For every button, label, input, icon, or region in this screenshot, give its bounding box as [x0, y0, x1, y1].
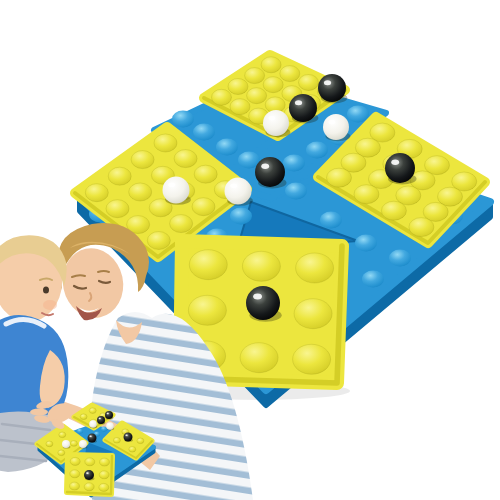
blue-bubble	[283, 155, 305, 172]
yellow-bubble	[247, 88, 267, 104]
yellow-bubble	[70, 470, 80, 478]
yellow-bubble	[263, 77, 283, 93]
blue-bubble	[306, 142, 328, 159]
blue-bubble	[101, 427, 107, 432]
adult-finger	[30, 409, 48, 416]
yellow-bubble	[296, 253, 334, 283]
yellow-bubble	[131, 151, 154, 169]
yellow-bubble	[113, 438, 120, 444]
yellow-bubble	[137, 438, 144, 444]
marble-body	[84, 470, 94, 480]
marble-highlight	[253, 293, 262, 299]
yellow-bubble	[280, 66, 300, 82]
marble-body	[79, 440, 87, 448]
yellow-bubble	[294, 299, 332, 329]
blue-bubble	[362, 271, 384, 288]
yellow-bubble	[188, 295, 226, 325]
yellow-bubble	[70, 457, 80, 465]
marble-highlight	[99, 418, 101, 419]
marble-highlight	[261, 164, 269, 169]
yellow-bubble	[261, 57, 281, 73]
marble-highlight	[391, 160, 399, 165]
yellow-bubble	[99, 471, 109, 479]
yellow-bubble	[70, 482, 80, 490]
yellow-bubble	[85, 458, 95, 466]
marble-highlight	[328, 120, 335, 125]
marble-body	[62, 440, 70, 448]
marble-body	[318, 74, 346, 102]
marble-highlight	[91, 422, 93, 423]
black-marble	[318, 74, 347, 103]
blue-bubble	[347, 106, 369, 123]
yellow-bubble	[147, 232, 170, 250]
marble-body	[105, 411, 113, 419]
yellow-bubble	[70, 441, 77, 447]
yellow-bubble	[381, 201, 406, 220]
product-photo	[0, 0, 500, 500]
yellow-bubble	[212, 89, 232, 105]
yellow-bubble	[174, 150, 197, 168]
yellow-bubble	[89, 408, 96, 414]
yellow-bubble	[108, 167, 131, 185]
marble-highlight	[295, 100, 302, 105]
yellow-bubble	[106, 200, 129, 218]
marble-body	[385, 153, 415, 183]
yellow-bubble	[99, 483, 109, 491]
yellow-bubble	[129, 183, 152, 201]
yellow-bubble	[46, 441, 53, 447]
blue-bubble	[193, 124, 215, 141]
marble-highlight	[86, 472, 89, 474]
marble-body	[89, 420, 97, 428]
yellow-bubble	[293, 344, 331, 374]
child-eye	[43, 287, 49, 294]
yellow-bubble	[129, 447, 136, 453]
yellow-bubble	[154, 134, 177, 152]
yellow-bubble	[192, 198, 215, 216]
yellow-bubble	[354, 185, 379, 204]
marble-highlight	[230, 183, 237, 188]
child-cheek	[43, 300, 57, 310]
yellow-bubble	[245, 68, 265, 84]
yellow-bubble	[228, 79, 248, 95]
marble-body	[88, 434, 97, 443]
marble-highlight	[107, 413, 109, 414]
yellow-bubble	[230, 99, 250, 115]
marble-body	[246, 286, 280, 320]
blue-bubble	[389, 250, 411, 267]
marble-body	[323, 114, 349, 140]
marble-highlight	[64, 442, 66, 443]
marble-body	[225, 178, 252, 205]
yellow-bubble	[194, 165, 217, 183]
yellow-bubble	[170, 215, 193, 233]
blue-bubble	[230, 208, 252, 225]
marble-highlight	[81, 442, 83, 443]
yellow-bubble	[327, 168, 352, 187]
yellow-bubble	[409, 218, 434, 237]
marble-body	[163, 177, 190, 204]
blue-bubble	[77, 429, 83, 434]
blue-bubble	[216, 139, 238, 156]
marble-body	[263, 110, 289, 136]
marble-highlight	[168, 182, 175, 187]
marble-body	[289, 94, 317, 122]
marble-body	[97, 416, 105, 424]
marble-highlight	[268, 116, 275, 121]
marble-body	[106, 422, 114, 430]
marble-highlight	[108, 424, 110, 425]
blue-bubble	[172, 111, 194, 128]
yellow-bubble	[80, 414, 87, 420]
marble-highlight	[324, 80, 331, 85]
yellow-bubble	[299, 75, 319, 91]
blue-bubble	[285, 183, 307, 200]
yellow-bubble	[59, 432, 66, 438]
yellow-bubble	[85, 184, 108, 202]
marble-highlight	[125, 434, 127, 436]
marble-body	[255, 157, 285, 187]
blue-bubble	[320, 212, 342, 229]
marble-body	[124, 433, 133, 442]
yellow-bubble	[58, 450, 65, 456]
yellow-bubble	[100, 458, 110, 466]
marble-highlight	[89, 435, 91, 437]
yellow-bubble	[189, 250, 227, 280]
yellow-bubble	[240, 343, 278, 373]
yellow-bubble	[84, 483, 94, 491]
yellow-bubble	[242, 251, 280, 281]
blue-bubble	[355, 235, 377, 252]
